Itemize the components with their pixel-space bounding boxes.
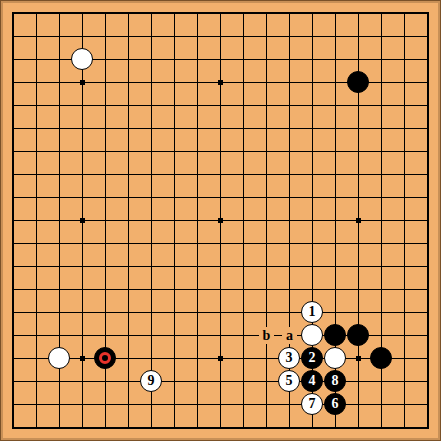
black-stone-4: 4: [301, 370, 323, 392]
star-point: [80, 218, 85, 223]
go-board: ba132548976: [0, 0, 441, 441]
move-number: 5: [286, 374, 293, 388]
white-stone: [301, 324, 323, 346]
black-stone: [347, 71, 369, 93]
grid-line: [12, 243, 429, 244]
move-number: 9: [148, 374, 155, 388]
star-point: [218, 218, 223, 223]
grid-line: [12, 266, 429, 267]
white-stone-7: 7: [301, 393, 323, 415]
move-number: 8: [332, 374, 339, 388]
grid-line: [12, 427, 429, 429]
grid-line: [12, 381, 429, 382]
grid-line: [243, 12, 244, 429]
star-point: [80, 356, 85, 361]
grid-line: [12, 404, 429, 405]
black-stone: [347, 324, 369, 346]
move-number: 1: [309, 305, 316, 319]
grid-line: [12, 289, 429, 290]
white-stone: [324, 347, 346, 369]
circle-marker: [99, 352, 111, 364]
star-point: [218, 80, 223, 85]
star-point: [218, 356, 223, 361]
star-point: [80, 80, 85, 85]
grid-line: [404, 12, 405, 429]
white-stone-3: 3: [278, 347, 300, 369]
black-stone-8: 8: [324, 370, 346, 392]
black-stone: [370, 347, 392, 369]
point-label-a: a: [282, 327, 297, 344]
move-number: 3: [286, 351, 293, 365]
white-stone: [71, 48, 93, 70]
white-stone: [48, 347, 70, 369]
move-number: 6: [332, 397, 339, 411]
grid-line: [12, 312, 429, 313]
black-stone: [324, 324, 346, 346]
star-point: [356, 356, 361, 361]
move-number: 7: [309, 397, 316, 411]
black-stone-2: 2: [301, 347, 323, 369]
white-stone-5: 5: [278, 370, 300, 392]
move-number: 2: [309, 351, 316, 365]
white-stone-9: 9: [140, 370, 162, 392]
move-number: 4: [309, 374, 316, 388]
white-stone-1: 1: [301, 301, 323, 323]
grid-line: [266, 12, 267, 429]
star-point: [356, 218, 361, 223]
black-stone: [94, 347, 116, 369]
black-stone-6: 6: [324, 393, 346, 415]
point-label-b: b: [259, 327, 274, 344]
grid-line: [427, 12, 429, 429]
